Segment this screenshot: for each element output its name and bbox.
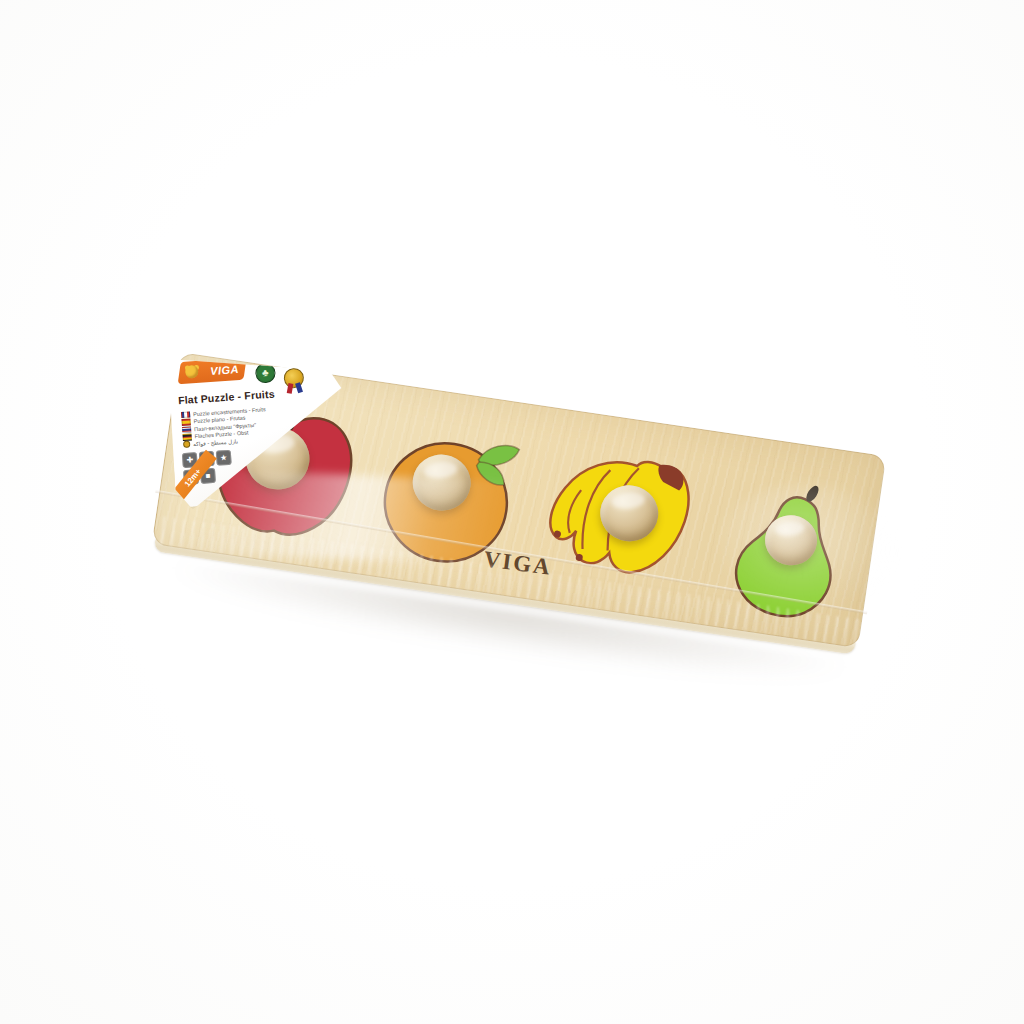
germany-flag-icon [182,433,191,440]
france-flag-icon [181,411,190,418]
spain-flag-icon [181,418,190,425]
label-pictogram-3: ★ [216,450,232,466]
puzzle-piece-pear [722,471,864,631]
globe-icon [183,441,190,448]
product-photo-scene: VIGA VIGA ♣ Flat Puzzle - Fruits Puzzle … [0,0,1024,1024]
gold-award-rosette-icon [283,367,304,388]
russia-flag-icon [182,426,191,433]
viga-logo-text: VIGA [210,363,240,377]
translations-list: Puzzle encastrements - Fruits Puzzle pla… [181,405,268,448]
product-title: Flat Puzzle - Fruits [178,388,275,407]
teddy-bear-icon [185,365,199,379]
puzzle-piece-bananas [529,443,708,605]
